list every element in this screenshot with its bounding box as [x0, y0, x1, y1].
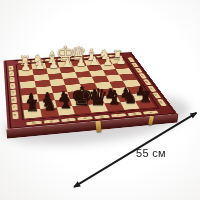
product-photo: hgfedcba hgfedcba 12345678 12345678 ♜♞♝♚… [0, 0, 200, 200]
dimension-label: 55 см [136, 147, 166, 159]
dimension-arrow-left [71, 181, 80, 190]
dimension-arrow-right [190, 109, 199, 118]
board-square [40, 108, 58, 118]
brass-hinge [95, 121, 101, 132]
